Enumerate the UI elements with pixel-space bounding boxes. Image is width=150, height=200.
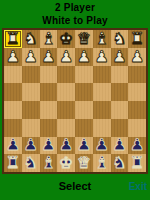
square-f4[interactable] xyxy=(40,83,58,101)
square-e5[interactable] xyxy=(57,101,75,119)
square-b4[interactable] xyxy=(111,83,129,101)
piece-bR: ♜ xyxy=(6,155,20,171)
square-b3[interactable] xyxy=(111,66,129,84)
square-c2[interactable]: ♟ xyxy=(93,48,111,66)
square-a8[interactable]: ♜ xyxy=(128,154,146,172)
square-e2[interactable]: ♟ xyxy=(57,48,75,66)
square-d1[interactable]: ♛ xyxy=(75,30,93,48)
square-c7[interactable]: ♟ xyxy=(93,137,111,155)
select-softkey[interactable]: Select xyxy=(0,180,150,192)
game-mode-label: 2 Player xyxy=(0,1,150,14)
square-a5[interactable] xyxy=(128,101,146,119)
square-e6[interactable] xyxy=(57,119,75,137)
square-d2[interactable]: ♟ xyxy=(75,48,93,66)
square-e3[interactable] xyxy=(57,66,75,84)
square-b8[interactable]: ♞ xyxy=(111,154,129,172)
square-b7[interactable]: ♟ xyxy=(111,137,129,155)
square-e4[interactable] xyxy=(57,83,75,101)
piece-bR: ♜ xyxy=(130,155,144,171)
square-a2[interactable]: ♟ xyxy=(128,48,146,66)
square-a3[interactable] xyxy=(128,66,146,84)
square-h8[interactable]: ♜ xyxy=(4,154,22,172)
piece-wQ: ♛ xyxy=(77,30,91,46)
chess-app-screen: 2 Player White to Play ♜♞♝♚♛♝♞♜♟♟♟♟♟♟♟♟♟… xyxy=(0,0,150,200)
square-c4[interactable] xyxy=(93,83,111,101)
piece-bK: ♚ xyxy=(59,155,73,171)
square-e1[interactable]: ♚ xyxy=(57,30,75,48)
square-f3[interactable] xyxy=(40,66,58,84)
square-c1[interactable]: ♝ xyxy=(93,30,111,48)
square-h6[interactable] xyxy=(4,119,22,137)
square-b2[interactable]: ♟ xyxy=(111,48,129,66)
piece-bP: ♟ xyxy=(94,137,108,153)
square-f1[interactable]: ♝ xyxy=(40,30,58,48)
piece-bN: ♞ xyxy=(112,155,126,171)
softkey-bar: Select Exit xyxy=(0,174,150,200)
piece-bP: ♟ xyxy=(77,137,91,153)
square-b1[interactable]: ♞ xyxy=(111,30,129,48)
piece-bP: ♟ xyxy=(130,137,144,153)
square-d4[interactable] xyxy=(75,83,93,101)
piece-wP: ♟ xyxy=(130,48,144,64)
piece-wP: ♟ xyxy=(41,48,55,64)
piece-bB: ♝ xyxy=(94,155,108,171)
piece-bP: ♟ xyxy=(59,137,73,153)
piece-bP: ♟ xyxy=(23,137,37,153)
piece-bP: ♟ xyxy=(112,137,126,153)
piece-wP: ♟ xyxy=(77,48,91,64)
piece-wP: ♟ xyxy=(112,48,126,64)
piece-wR: ♜ xyxy=(6,30,20,46)
square-e7[interactable]: ♟ xyxy=(57,137,75,155)
piece-wN: ♞ xyxy=(23,30,37,46)
board-frame: ♜♞♝♚♛♝♞♜♟♟♟♟♟♟♟♟♟♟♟♟♟♟♟♟♜♞♝♚♛♝♞♜ xyxy=(2,28,148,174)
square-a6[interactable] xyxy=(128,119,146,137)
square-h5[interactable] xyxy=(4,101,22,119)
square-g7[interactable]: ♟ xyxy=(22,137,40,155)
square-b6[interactable] xyxy=(111,119,129,137)
piece-wR: ♜ xyxy=(130,30,144,46)
square-h7[interactable]: ♟ xyxy=(4,137,22,155)
square-a4[interactable] xyxy=(128,83,146,101)
square-a7[interactable]: ♟ xyxy=(128,137,146,155)
square-f6[interactable] xyxy=(40,119,58,137)
piece-wN: ♞ xyxy=(112,30,126,46)
square-d5[interactable] xyxy=(75,101,93,119)
square-f5[interactable] xyxy=(40,101,58,119)
status-header: 2 Player White to Play xyxy=(0,0,150,28)
piece-bP: ♟ xyxy=(6,137,20,153)
square-c3[interactable] xyxy=(93,66,111,84)
square-f7[interactable]: ♟ xyxy=(40,137,58,155)
square-c5[interactable] xyxy=(93,101,111,119)
piece-wP: ♟ xyxy=(59,48,73,64)
square-a1[interactable]: ♜ xyxy=(128,30,146,48)
square-g4[interactable] xyxy=(22,83,40,101)
piece-wP: ♟ xyxy=(6,48,20,64)
square-e8[interactable]: ♚ xyxy=(57,154,75,172)
piece-bN: ♞ xyxy=(23,155,37,171)
square-g8[interactable]: ♞ xyxy=(22,154,40,172)
square-c6[interactable] xyxy=(93,119,111,137)
square-h1-cursor[interactable]: ♜ xyxy=(4,30,22,48)
square-d3[interactable] xyxy=(75,66,93,84)
piece-wP: ♟ xyxy=(23,48,37,64)
square-c8[interactable]: ♝ xyxy=(93,154,111,172)
square-b5[interactable] xyxy=(111,101,129,119)
piece-bQ: ♛ xyxy=(77,155,91,171)
square-h4[interactable] xyxy=(4,83,22,101)
square-g6[interactable] xyxy=(22,119,40,137)
piece-wK: ♚ xyxy=(59,30,73,46)
square-d7[interactable]: ♟ xyxy=(75,137,93,155)
piece-wP: ♟ xyxy=(94,48,108,64)
piece-bP: ♟ xyxy=(41,137,55,153)
square-g1[interactable]: ♞ xyxy=(22,30,40,48)
chess-board: ♜♞♝♚♛♝♞♜♟♟♟♟♟♟♟♟♟♟♟♟♟♟♟♟♜♞♝♚♛♝♞♜ xyxy=(4,30,146,172)
square-f2[interactable]: ♟ xyxy=(40,48,58,66)
piece-bB: ♝ xyxy=(41,155,55,171)
turn-indicator: White to Play xyxy=(0,14,150,27)
piece-wB: ♝ xyxy=(94,30,108,46)
square-g3[interactable] xyxy=(22,66,40,84)
square-h2[interactable]: ♟ xyxy=(4,48,22,66)
square-f8[interactable]: ♝ xyxy=(40,154,58,172)
square-g2[interactable]: ♟ xyxy=(22,48,40,66)
piece-wB: ♝ xyxy=(41,30,55,46)
square-g5[interactable] xyxy=(22,101,40,119)
square-d6[interactable] xyxy=(75,119,93,137)
exit-softkey[interactable]: Exit xyxy=(129,181,147,192)
square-d8[interactable]: ♛ xyxy=(75,154,93,172)
square-h3[interactable] xyxy=(4,66,22,84)
